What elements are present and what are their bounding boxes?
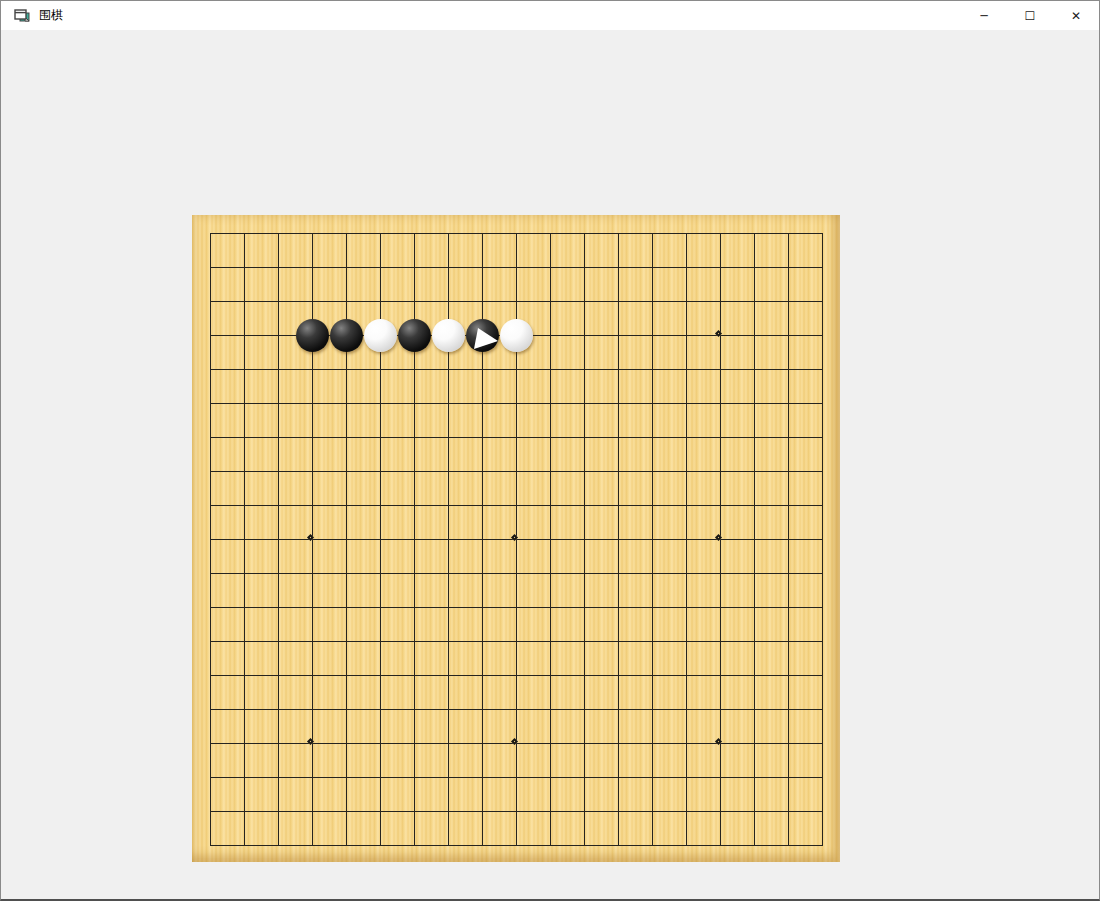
window-controls: ─ ☐ ✕ — [961, 1, 1099, 30]
maximize-button[interactable]: ☐ — [1007, 1, 1053, 30]
title-bar[interactable]: 围棋 ─ ☐ ✕ — [1, 1, 1099, 30]
star-point — [715, 330, 722, 337]
board-grid[interactable] — [210, 233, 823, 846]
star-point — [511, 738, 518, 745]
star-point — [307, 738, 314, 745]
window-title: 围棋 — [39, 7, 63, 24]
star-point — [715, 738, 722, 745]
stone-white-F16 — [364, 319, 397, 352]
go-board — [192, 215, 840, 862]
app-icon — [14, 8, 30, 24]
stone-black-J16 — [466, 319, 499, 352]
stone-white-K16 — [500, 319, 533, 352]
stone-black-E16 — [330, 319, 363, 352]
star-point — [511, 534, 518, 541]
last-move-marker-icon — [466, 319, 499, 352]
client-area — [1, 30, 1099, 899]
minimize-button[interactable]: ─ — [961, 1, 1007, 30]
stone-black-D16 — [296, 319, 329, 352]
star-point — [715, 534, 722, 541]
stone-black-G16 — [398, 319, 431, 352]
close-button[interactable]: ✕ — [1053, 1, 1099, 30]
app-window: 围棋 ─ ☐ ✕ — [0, 0, 1100, 901]
stone-white-H16 — [432, 319, 465, 352]
star-point — [307, 534, 314, 541]
